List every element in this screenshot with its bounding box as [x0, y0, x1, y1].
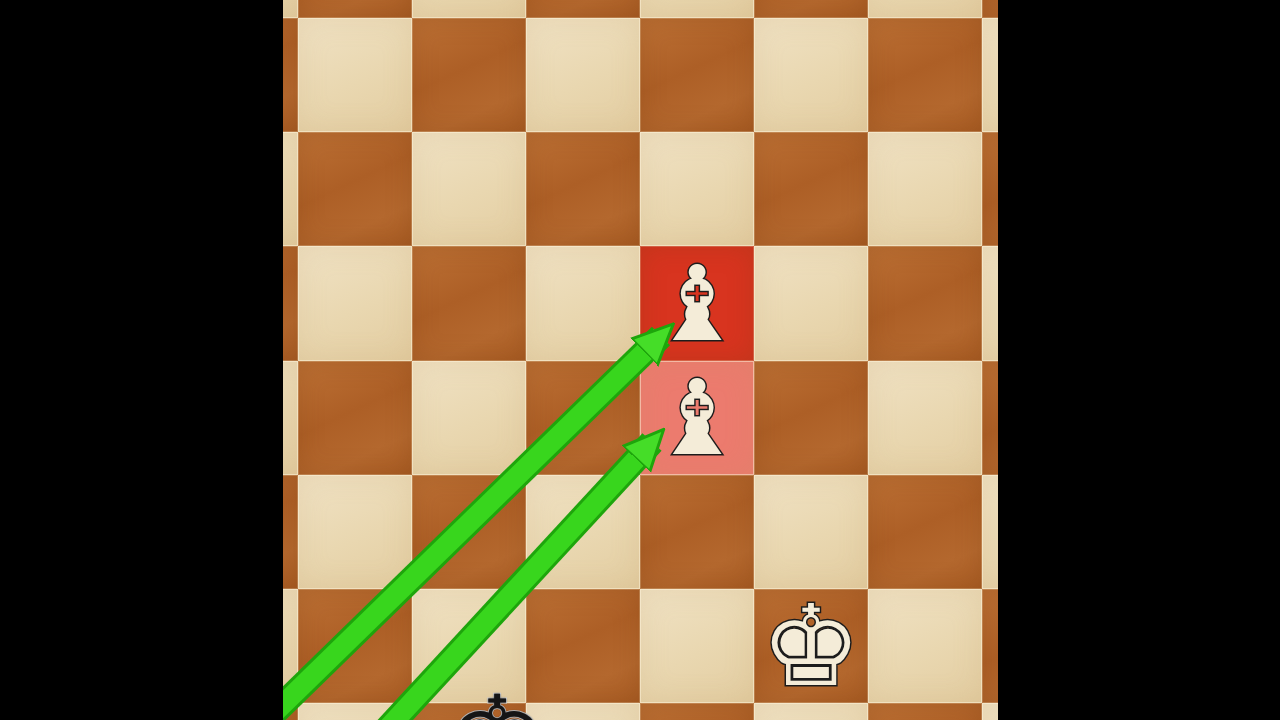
square-e8[interactable] — [640, 0, 754, 18]
square-f3[interactable] — [754, 475, 868, 589]
black-king-c1[interactable]: ♚ — [446, 681, 548, 720]
board-viewport: ♝♝♚♚ — [283, 0, 998, 720]
square-b1[interactable] — [298, 703, 412, 720]
white-king-f2[interactable]: ♚ — [761, 590, 861, 702]
square-g4[interactable] — [868, 361, 982, 475]
square-h8[interactable] — [982, 0, 998, 18]
square-d4[interactable] — [526, 361, 640, 475]
square-g6[interactable] — [868, 132, 982, 246]
square-c5[interactable] — [412, 246, 526, 360]
square-h4[interactable] — [982, 361, 998, 475]
square-h5[interactable] — [982, 246, 998, 360]
square-a2[interactable] — [283, 589, 298, 703]
white-bishop-e4[interactable]: ♝ — [650, 366, 743, 470]
square-a7[interactable] — [283, 18, 298, 132]
square-h2[interactable] — [982, 589, 998, 703]
square-e3[interactable] — [640, 475, 754, 589]
square-f4[interactable] — [754, 361, 868, 475]
square-a4[interactable] — [283, 361, 298, 475]
video-frame: ♝♝♚♚ — [0, 0, 1280, 720]
square-b5[interactable] — [298, 246, 412, 360]
square-g8[interactable] — [868, 0, 982, 18]
square-f7[interactable] — [754, 18, 868, 132]
square-f6[interactable] — [754, 132, 868, 246]
square-c6[interactable] — [412, 132, 526, 246]
square-g2[interactable] — [868, 589, 982, 703]
letterbox-left-bar — [0, 0, 283, 720]
square-a6[interactable] — [283, 132, 298, 246]
square-e7[interactable] — [640, 18, 754, 132]
square-c4[interactable] — [412, 361, 526, 475]
square-h6[interactable] — [982, 132, 998, 246]
square-c3[interactable] — [412, 475, 526, 589]
square-b4[interactable] — [298, 361, 412, 475]
square-g3[interactable] — [868, 475, 982, 589]
square-g1[interactable] — [868, 703, 982, 720]
square-g5[interactable] — [868, 246, 982, 360]
square-d8[interactable] — [526, 0, 640, 18]
square-h7[interactable] — [982, 18, 998, 132]
square-e1[interactable] — [640, 703, 754, 720]
square-d7[interactable] — [526, 18, 640, 132]
square-b6[interactable] — [298, 132, 412, 246]
square-h1[interactable] — [982, 703, 998, 720]
square-d3[interactable] — [526, 475, 640, 589]
square-b2[interactable] — [298, 589, 412, 703]
square-c7[interactable] — [412, 18, 526, 132]
square-a5[interactable] — [283, 246, 298, 360]
square-c8[interactable] — [412, 0, 526, 18]
square-b7[interactable] — [298, 18, 412, 132]
square-g7[interactable] — [868, 18, 982, 132]
square-h3[interactable] — [982, 475, 998, 589]
square-a3[interactable] — [283, 475, 298, 589]
square-b3[interactable] — [298, 475, 412, 589]
square-f5[interactable] — [754, 246, 868, 360]
square-e2[interactable] — [640, 589, 754, 703]
square-d6[interactable] — [526, 132, 640, 246]
white-bishop-e5[interactable]: ♝ — [650, 252, 743, 356]
letterbox-right-bar — [998, 0, 1280, 720]
square-a1[interactable] — [283, 703, 298, 720]
square-a8[interactable] — [283, 0, 298, 18]
square-e6[interactable] — [640, 132, 754, 246]
square-f8[interactable] — [754, 0, 868, 18]
square-b8[interactable] — [298, 0, 412, 18]
chess-board — [283, 0, 998, 720]
square-d5[interactable] — [526, 246, 640, 360]
